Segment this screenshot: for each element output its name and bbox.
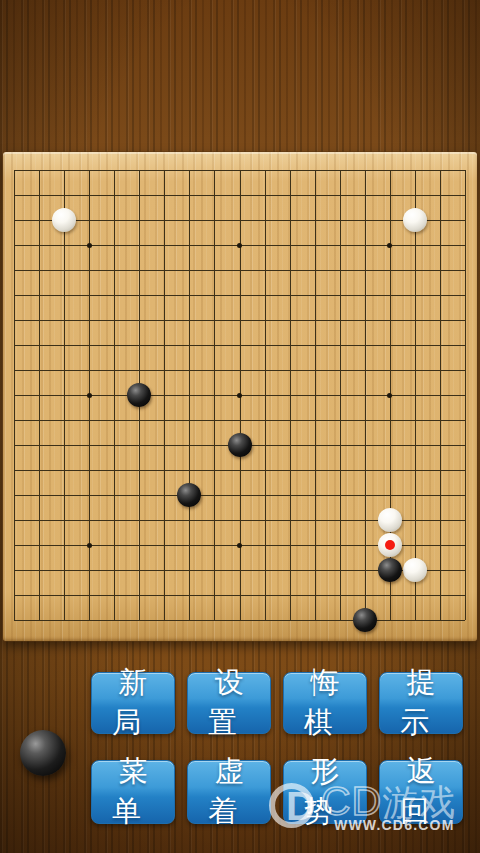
grid-line-vertical bbox=[290, 170, 291, 620]
toolbar-row-1: 新局设置悔棋提示 bbox=[91, 672, 463, 734]
black-stone-Q3 bbox=[378, 558, 402, 582]
black-stone-P1 bbox=[353, 608, 377, 632]
app-screen: 新局设置悔棋提示 菜单虚着形势返回 D CD游戏 WWW.CD6.COM bbox=[0, 0, 480, 853]
grid-line-vertical bbox=[315, 170, 316, 620]
star-point bbox=[237, 243, 242, 248]
star-point bbox=[387, 243, 392, 248]
settings-button[interactable]: 设置 bbox=[187, 672, 271, 734]
star-point bbox=[237, 393, 242, 398]
white-stone-C17 bbox=[52, 208, 76, 232]
star-point bbox=[387, 393, 392, 398]
grid-line-vertical bbox=[265, 170, 266, 620]
white-stone-Q5 bbox=[378, 508, 402, 532]
grid-line-horizontal bbox=[14, 495, 465, 496]
toolbar-row-2: 菜单虚着形势返回 bbox=[91, 760, 463, 824]
star-point bbox=[87, 543, 92, 548]
hint-button[interactable]: 提示 bbox=[379, 672, 463, 734]
undo-button[interactable]: 悔棋 bbox=[283, 672, 367, 734]
grid-line-vertical bbox=[465, 170, 466, 620]
go-board[interactable] bbox=[3, 152, 477, 641]
new-game-button[interactable]: 新局 bbox=[91, 672, 175, 734]
black-stone-K8 bbox=[228, 433, 252, 457]
grid-line-vertical bbox=[440, 170, 441, 620]
white-stone-R17 bbox=[403, 208, 427, 232]
black-stone-H6 bbox=[177, 483, 201, 507]
star-point bbox=[87, 243, 92, 248]
last-move-marker bbox=[385, 540, 395, 550]
grid-line-horizontal bbox=[14, 420, 465, 421]
black-stone-F10 bbox=[127, 383, 151, 407]
white-stone-R3 bbox=[403, 558, 427, 582]
menu-button[interactable]: 菜单 bbox=[91, 760, 175, 824]
grid-line-vertical bbox=[365, 170, 366, 620]
grid-line-horizontal bbox=[14, 470, 465, 471]
white-stone-Q4 bbox=[378, 533, 402, 557]
grid-line-vertical bbox=[415, 170, 416, 620]
estimate-button[interactable]: 形势 bbox=[283, 760, 367, 824]
go-board-grid[interactable] bbox=[14, 170, 465, 620]
grid-line-vertical bbox=[340, 170, 341, 620]
decorative-black-stone bbox=[20, 730, 66, 776]
star-point bbox=[87, 393, 92, 398]
star-point bbox=[237, 543, 242, 548]
pass-button[interactable]: 虚着 bbox=[187, 760, 271, 824]
back-button[interactable]: 返回 bbox=[379, 760, 463, 824]
grid-line-horizontal bbox=[14, 620, 465, 621]
grid-line-horizontal bbox=[14, 595, 465, 596]
